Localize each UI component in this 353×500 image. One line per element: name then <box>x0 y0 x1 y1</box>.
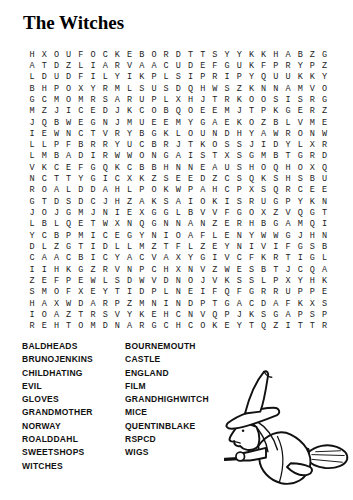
grid-cell-r22c5: X <box>75 287 87 298</box>
grid-cell-r14c9: Z <box>124 196 136 207</box>
grid-cell-r2c23: Y <box>294 60 306 71</box>
grid-cell-r21c5: E <box>75 275 87 286</box>
grid-cell-r25c6: M <box>87 321 99 332</box>
grid-cell-r11c16: A <box>209 162 221 173</box>
grid-cell-r14c11: K <box>148 196 160 207</box>
grid-cell-r4c5: X <box>75 83 87 94</box>
grid-cell-r18c14: L <box>184 241 196 252</box>
grid-cell-r24c23: P <box>294 309 306 320</box>
grid-cell-r12c10: K <box>136 173 148 184</box>
grid-cell-r9c17: S <box>221 140 233 151</box>
grid-cell-r3c24: K <box>306 72 318 83</box>
grid-cell-r2c1: A <box>26 60 38 71</box>
grid-cell-r25c10: R <box>136 321 148 332</box>
grid-cell-r11c18: S <box>233 162 245 173</box>
grid-cell-r8c1: I <box>26 128 38 139</box>
grid-cell-r15c8: I <box>111 207 123 218</box>
grid-cell-r16c3: L <box>50 219 62 230</box>
grid-cell-r12c24: B <box>306 173 318 184</box>
grid-cell-r2c18: U <box>233 60 245 71</box>
grid-cell-r22c4: F <box>63 287 75 298</box>
grid-cell-r6c18: J <box>233 106 245 117</box>
grid-cell-r5c2: C <box>38 94 50 105</box>
grid-cell-r18c12: T <box>160 241 172 252</box>
grid-cell-r6c15: E <box>197 106 209 117</box>
grid-cell-r4c16: W <box>209 83 221 94</box>
grid-cell-r17c2: C <box>38 230 50 241</box>
grid-cell-r4c23: M <box>294 83 306 94</box>
grid-cell-r19c9: A <box>124 253 136 264</box>
grid-cell-r5c16: T <box>209 94 221 105</box>
grid-cell-r16c1: L <box>26 219 38 230</box>
grid-cell-r18c2: L <box>38 241 50 252</box>
grid-cell-r1c12: R <box>160 49 172 60</box>
grid-cell-r1c18: Y <box>233 49 245 60</box>
grid-cell-r12c5: Y <box>75 173 87 184</box>
grid-cell-r11c11: B <box>148 162 160 173</box>
grid-cell-r18c8: L <box>111 241 123 252</box>
grid-cell-r13c6: D <box>87 185 99 196</box>
grid-cell-r20c24: Q <box>306 264 318 275</box>
grid-cell-r8c13: L <box>172 128 184 139</box>
grid-cell-r1c22: A <box>282 49 294 60</box>
grid-cell-r22c17: Q <box>221 287 233 298</box>
grid-cell-r12c4: T <box>63 173 75 184</box>
grid-cell-r17c4: P <box>63 230 75 241</box>
grid-cell-r4c3: P <box>50 83 62 94</box>
grid-cell-r6c12: B <box>160 106 172 117</box>
word-bournemouth: BOURNEMOUTH <box>125 340 245 353</box>
grid-cell-r7c1: J <box>26 117 38 128</box>
grid-cell-r17c16: L <box>209 230 221 241</box>
grid-cell-r6c25: Z <box>319 106 331 117</box>
grid-cell-r1c2: X <box>38 49 50 60</box>
grid-cell-r15c4: G <box>63 207 75 218</box>
grid-cell-r1c17: Y <box>221 49 233 60</box>
grid-cell-r11c19: H <box>245 162 257 173</box>
grid-cell-r23c20: D <box>258 298 270 309</box>
grid-cell-r14c12: S <box>160 196 172 207</box>
grid-cell-r1c6: O <box>87 49 99 60</box>
grid-cell-r5c23: S <box>294 94 306 105</box>
grid-cell-r9c9: U <box>124 140 136 151</box>
grid-cell-r1c24: Z <box>306 49 318 60</box>
grid-cell-r17c5: M <box>75 230 87 241</box>
grid-cell-r17c9: G <box>124 230 136 241</box>
grid-cell-r23c13: N <box>172 298 184 309</box>
grid-cell-r13c21: Q <box>270 185 282 196</box>
grid-cell-r1c14: T <box>184 49 196 60</box>
grid-cell-r6c7: D <box>99 106 111 117</box>
grid-cell-r18c13: F <box>172 241 184 252</box>
grid-cell-r22c23: P <box>294 287 306 298</box>
grid-cell-r19c24: G <box>306 253 318 264</box>
grid-cell-r16c25: I <box>319 219 331 230</box>
grid-cell-r6c24: R <box>306 106 318 117</box>
grid-cell-r6c19: T <box>245 106 257 117</box>
grid-cell-r3c17: I <box>221 72 233 83</box>
grid-cell-r5c8: A <box>111 94 123 105</box>
grid-cell-r23c1: H <box>26 298 38 309</box>
grid-cell-r2c24: P <box>306 60 318 71</box>
grid-cell-r24c11: E <box>148 309 160 320</box>
grid-cell-r16c20: B <box>258 219 270 230</box>
grid-cell-r1c7: C <box>99 49 111 60</box>
grid-cell-r21c14: O <box>184 275 196 286</box>
grid-cell-r22c13: N <box>172 287 184 298</box>
grid-cell-r22c1: S <box>26 287 38 298</box>
grid-cell-r23c8: P <box>111 298 123 309</box>
grid-cell-r22c11: P <box>148 287 160 298</box>
grid-cell-r21c3: F <box>50 275 62 286</box>
grid-cell-r6c5: C <box>75 106 87 117</box>
grid-cell-r20c11: C <box>148 264 160 275</box>
grid-cell-r25c13: H <box>172 321 184 332</box>
grid-cell-r6c9: K <box>124 106 136 117</box>
grid-cell-r21c17: K <box>221 275 233 286</box>
grid-cell-r11c8: K <box>111 162 123 173</box>
grid-cell-r12c14: E <box>184 173 196 184</box>
grid-cell-r25c18: Y <box>233 321 245 332</box>
grid-cell-r9c24: X <box>306 140 318 151</box>
page-title: The Witches <box>23 12 124 34</box>
grid-cell-r1c10: B <box>136 49 148 60</box>
grid-cell-r5c9: R <box>124 94 136 105</box>
grid-cell-r19c2: A <box>38 253 50 264</box>
grid-cell-r1c3: O <box>50 49 62 60</box>
grid-cell-r11c6: G <box>87 162 99 173</box>
grid-cell-r6c8: J <box>111 106 123 117</box>
grid-cell-r11c10: B <box>136 162 148 173</box>
grid-cell-r12c15: D <box>197 173 209 184</box>
grid-cell-r16c15: N <box>197 219 209 230</box>
grid-cell-r8c19: Y <box>245 128 257 139</box>
grid-cell-r9c22: Y <box>282 140 294 151</box>
grid-cell-r19c3: A <box>50 253 62 264</box>
grid-cell-r23c10: M <box>136 298 148 309</box>
grid-cell-r3c25: Y <box>319 72 331 83</box>
grid-cell-r11c12: H <box>160 162 172 173</box>
grid-cell-r10c6: I <box>87 151 99 162</box>
grid-cell-r9c12: R <box>160 140 172 151</box>
grid-cell-r6c23: E <box>294 106 306 117</box>
grid-cell-r5c7: S <box>99 94 111 105</box>
grid-cell-r9c23: L <box>294 140 306 151</box>
grid-cell-r15c5: M <box>75 207 87 218</box>
grid-cell-r10c9: W <box>124 151 136 162</box>
grid-cell-r22c2: M <box>38 287 50 298</box>
grid-cell-r23c5: D <box>75 298 87 309</box>
grid-cell-r3c15: P <box>197 72 209 83</box>
grid-cell-r7c2: Q <box>38 117 50 128</box>
grid-cell-r6c22: G <box>282 106 294 117</box>
grid-cell-r21c1: Z <box>26 275 38 286</box>
grid-cell-r20c1: I <box>26 264 38 275</box>
grid-cell-r9c6: R <box>87 140 99 151</box>
grid-cell-r20c15: V <box>197 264 209 275</box>
grid-cell-r6c20: P <box>258 106 270 117</box>
grid-cell-r16c5: E <box>75 219 87 230</box>
grid-cell-r7c13: M <box>172 117 184 128</box>
grid-cell-r7c9: M <box>124 117 136 128</box>
grid-cell-r11c3: C <box>50 162 62 173</box>
grid-cell-r3c1: L <box>26 72 38 83</box>
grid-cell-r7c7: N <box>99 117 111 128</box>
grid-cell-r15c22: V <box>282 207 294 218</box>
grid-cell-r21c20: L <box>258 275 270 286</box>
grid-cell-r13c20: S <box>258 185 270 196</box>
grid-cell-r10c7: R <box>99 151 111 162</box>
grid-cell-r6c17: M <box>221 106 233 117</box>
grid-cell-r14c15: O <box>197 196 209 207</box>
grid-cell-r8c12: K <box>160 128 172 139</box>
grid-cell-r19c13: X <box>172 253 184 264</box>
grid-cell-r13c3: A <box>50 185 62 196</box>
grid-cell-r15c18: G <box>233 207 245 218</box>
grid-cell-r10c8: W <box>111 151 123 162</box>
witch-on-broomstick-image <box>224 360 350 490</box>
grid-cell-r11c14: N <box>184 162 196 173</box>
grid-cell-r19c5: B <box>75 253 87 264</box>
grid-cell-r15c16: V <box>209 207 221 218</box>
grid-cell-r24c24: S <box>306 309 318 320</box>
grid-cell-r11c22: H <box>282 162 294 173</box>
grid-cell-r10c5: D <box>75 151 87 162</box>
grid-cell-r20c9: N <box>124 264 136 275</box>
grid-cell-r8c14: O <box>184 128 196 139</box>
grid-cell-r11c24: X <box>306 162 318 173</box>
grid-cell-r23c2: A <box>38 298 50 309</box>
grid-cell-r17c1: Y <box>26 230 38 241</box>
grid-cell-r25c3: H <box>50 321 62 332</box>
grid-cell-r7c14: Y <box>184 117 196 128</box>
grid-cell-r5c6: R <box>87 94 99 105</box>
grid-cell-r21c18: S <box>233 275 245 286</box>
grid-cell-r22c8: T <box>111 287 123 298</box>
grid-cell-r18c3: Z <box>50 241 62 252</box>
grid-cell-r4c25: O <box>319 83 331 94</box>
grid-cell-r11c7: Q <box>99 162 111 173</box>
grid-cell-r25c17: E <box>221 321 233 332</box>
grid-cell-r13c5: D <box>75 185 87 196</box>
grid-cell-r25c22: I <box>282 321 294 332</box>
grid-cell-r16c13: N <box>172 219 184 230</box>
grid-cell-r20c19: S <box>245 264 257 275</box>
grid-cell-r9c25: R <box>319 140 331 151</box>
grid-cell-r2c6: I <box>87 60 99 71</box>
grid-cell-r2c9: V <box>124 60 136 71</box>
grid-cell-r8c3: W <box>50 128 62 139</box>
grid-cell-r1c4: U <box>63 49 75 60</box>
grid-cell-r13c24: E <box>306 185 318 196</box>
grid-cell-r2c14: D <box>184 60 196 71</box>
grid-cell-r19c17: V <box>221 253 233 264</box>
grid-cell-r11c5: F <box>75 162 87 173</box>
grid-cell-r12c17: C <box>221 173 233 184</box>
grid-cell-r9c16: O <box>209 140 221 151</box>
grid-cell-r11c23: O <box>294 162 306 173</box>
grid-cell-r25c5: O <box>75 321 87 332</box>
grid-cell-r22c24: P <box>306 287 318 298</box>
grid-cell-r6c1: M <box>26 106 38 117</box>
grid-cell-r1c13: D <box>172 49 184 60</box>
grid-cell-r3c7: L <box>99 72 111 83</box>
grid-cell-r22c21: R <box>270 287 282 298</box>
worksheet-page: The Witches HXOUFOCKEBORDTTSYYKKHABZGATD… <box>0 0 353 500</box>
grid-cell-r22c10: D <box>136 287 148 298</box>
grid-cell-r21c2: E <box>38 275 50 286</box>
grid-cell-r11c20: O <box>258 162 270 173</box>
grid-cell-r7c17: E <box>221 117 233 128</box>
grid-cell-r24c20: S <box>258 309 270 320</box>
word-roalddahl: ROALDDAHL <box>22 433 125 446</box>
grid-cell-r24c13: C <box>172 309 184 320</box>
grid-cell-r12c3: T <box>50 173 62 184</box>
grid-cell-r17c20: W <box>258 230 270 241</box>
grid-cell-r18c4: G <box>63 241 75 252</box>
grid-cell-r25c1: R <box>26 321 38 332</box>
grid-cell-r23c19: C <box>245 298 257 309</box>
grid-cell-r2c13: U <box>172 60 184 71</box>
grid-cell-r19c12: A <box>160 253 172 264</box>
grid-cell-r23c3: X <box>50 298 62 309</box>
grid-cell-r24c1: I <box>26 309 38 320</box>
grid-cell-r20c18: E <box>233 264 245 275</box>
grid-cell-r16c10: Q <box>136 219 148 230</box>
grid-cell-r12c7: I <box>99 173 111 184</box>
grid-cell-r19c10: C <box>136 253 148 264</box>
grid-cell-r7c24: M <box>306 117 318 128</box>
grid-cell-r16c4: Q <box>63 219 75 230</box>
grid-cell-r4c1: B <box>26 83 38 94</box>
grid-cell-r19c8: Y <box>111 253 123 264</box>
grid-cell-r9c18: S <box>233 140 245 151</box>
grid-cell-r16c19: H <box>245 219 257 230</box>
grid-cell-r17c8: E <box>111 230 123 241</box>
grid-cell-r23c23: K <box>294 298 306 309</box>
grid-cell-r2c16: F <box>209 60 221 71</box>
grid-cell-r9c14: T <box>184 140 196 151</box>
grid-cell-r25c7: D <box>99 321 111 332</box>
grid-cell-r15c14: B <box>184 207 196 218</box>
grid-cell-r10c19: G <box>245 151 257 162</box>
grid-cell-r12c2: C <box>38 173 50 184</box>
grid-cell-r3c16: R <box>209 72 221 83</box>
grid-cell-r1c16: S <box>209 49 221 60</box>
grid-cell-r24c19: K <box>245 309 257 320</box>
grid-cell-r8c24: N <box>306 128 318 139</box>
grid-cell-r22c16: F <box>209 287 221 298</box>
grid-cell-r13c9: L <box>124 185 136 196</box>
grid-cell-r14c1: G <box>26 196 38 207</box>
grid-cell-r11c2: K <box>38 162 50 173</box>
grid-cell-r2c15: E <box>197 60 209 71</box>
grid-cell-r7c18: K <box>233 117 245 128</box>
grid-cell-r24c22: A <box>282 309 294 320</box>
grid-cell-r7c5: E <box>75 117 87 128</box>
grid-cell-r20c10: P <box>136 264 148 275</box>
grid-cell-r6c3: J <box>50 106 62 117</box>
grid-cell-r23c7: R <box>99 298 111 309</box>
grid-cell-r22c9: I <box>124 287 136 298</box>
grid-cell-r2c17: G <box>221 60 233 71</box>
word-childhating: CHILDHATING <box>22 367 125 380</box>
grid-cell-r8c11: G <box>148 128 160 139</box>
grid-cell-r9c11: B <box>148 140 160 151</box>
grid-cell-r9c1: L <box>26 140 38 151</box>
word-sweetshops: SWEETSHOPS <box>22 446 125 459</box>
grid-cell-r16c17: E <box>221 219 233 230</box>
grid-cell-r8c20: A <box>258 128 270 139</box>
grid-cell-r12c18: S <box>233 173 245 184</box>
grid-cell-r16c9: N <box>124 219 136 230</box>
grid-cell-r19c25: L <box>319 253 331 264</box>
grid-cell-r12c16: Z <box>209 173 221 184</box>
grid-cell-r20c17: W <box>221 264 233 275</box>
grid-cell-r14c24: K <box>306 196 318 207</box>
grid-cell-r20c4: K <box>63 264 75 275</box>
grid-cell-r22c15: I <box>197 287 209 298</box>
grid-cell-r20c14: N <box>184 264 196 275</box>
grid-cell-r14c25: N <box>319 196 331 207</box>
grid-cell-r6c10: C <box>136 106 148 117</box>
grid-cell-r5c21: S <box>270 94 282 105</box>
grid-cell-r3c2: D <box>38 72 50 83</box>
grid-cell-r9c7: R <box>99 140 111 151</box>
grid-cell-r23c17: G <box>221 298 233 309</box>
grid-cell-r13c16: H <box>209 185 221 196</box>
grid-cell-r13c1: R <box>26 185 38 196</box>
grid-cell-r20c23: C <box>294 264 306 275</box>
grid-cell-r25c8: N <box>111 321 123 332</box>
grid-cell-r25c20: Q <box>258 321 270 332</box>
grid-cell-r18c20: V <box>258 241 270 252</box>
grid-cell-r5c24: R <box>306 94 318 105</box>
grid-cell-r22c18: F <box>233 287 245 298</box>
grid-cell-r8c21: W <box>270 128 282 139</box>
grid-cell-r14c22: P <box>282 196 294 207</box>
grid-cell-r23c22: F <box>282 298 294 309</box>
grid-cell-r15c6: J <box>87 207 99 218</box>
grid-cell-r9c3: P <box>50 140 62 151</box>
grid-cell-r10c23: G <box>294 151 306 162</box>
grid-cell-r15c2: O <box>38 207 50 218</box>
grid-cell-r4c14: Q <box>184 83 196 94</box>
grid-cell-r7c16: A <box>209 117 221 128</box>
grid-cell-r5c13: X <box>172 94 184 105</box>
grid-cell-r24c15: V <box>197 309 209 320</box>
grid-cell-r18c11: Z <box>148 241 160 252</box>
grid-cell-r15c1: J <box>26 207 38 218</box>
grid-cell-r8c22: R <box>282 128 294 139</box>
grid-cell-r4c18: Z <box>233 83 245 94</box>
grid-cell-r14c20: U <box>258 196 270 207</box>
grid-cell-r18c7: D <box>99 241 111 252</box>
grid-cell-r24c10: K <box>136 309 148 320</box>
grid-cell-r13c13: W <box>172 185 184 196</box>
grid-cell-r3c4: D <box>63 72 75 83</box>
grid-cell-r21c15: J <box>197 275 209 286</box>
grid-cell-r6c21: K <box>270 106 282 117</box>
grid-cell-r17c25: N <box>319 230 331 241</box>
grid-cell-r23c14: D <box>184 298 196 309</box>
grid-cell-r5c3: M <box>50 94 62 105</box>
grid-cell-r8c4: N <box>63 128 75 139</box>
grid-cell-r8c7: V <box>99 128 111 139</box>
grid-cell-r4c13: D <box>172 83 184 94</box>
grid-cell-r19c21: R <box>270 253 282 264</box>
grid-cell-r13c4: L <box>63 185 75 196</box>
